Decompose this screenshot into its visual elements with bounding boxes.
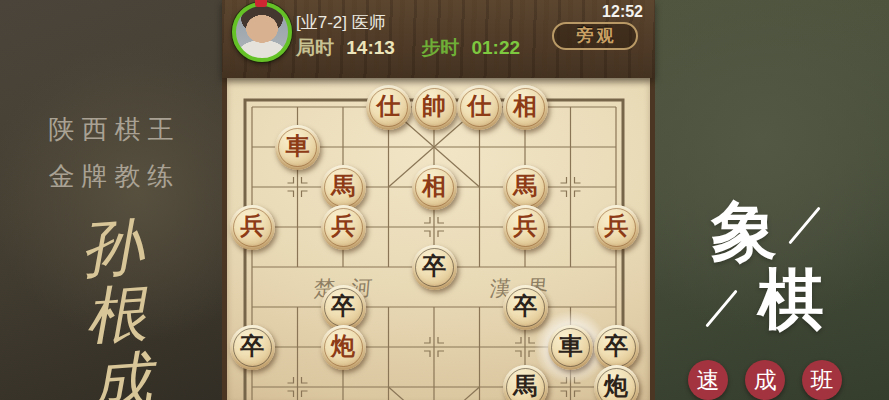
piece-red-相[interactable]: 相 (503, 85, 548, 130)
piece-black-卒[interactable]: 卒 (412, 245, 457, 290)
right-promo-panel: 象 棋 速 成 班 (655, 0, 889, 400)
system-clock: 12:52 (602, 3, 643, 21)
piece-glyph: 卒 (513, 290, 537, 322)
badge-cheng: 成 (745, 360, 785, 400)
piece-glyph: 帥 (422, 90, 446, 122)
decorative-slash-2 (705, 290, 738, 328)
coach-signature-calligraphy: 孙 根 成 (69, 211, 163, 400)
app-screen: 陕西棋王 金牌教练 孙 根 成 [业7-2] 医师 局时 14:13 步时 01… (0, 0, 889, 400)
piece-glyph: 馬 (513, 170, 537, 202)
piece-red-馬[interactable]: 馬 (321, 165, 366, 210)
piece-glyph: 馬 (331, 170, 355, 202)
piece-glyph: 車 (559, 330, 583, 362)
piece-glyph: 仕 (377, 90, 401, 122)
game-time-label: 局时 (296, 37, 334, 58)
opponent-info-bar: [业7-2] 医师 局时 14:13 步时 01:22 12:52 旁观 (222, 0, 655, 78)
game-time-value: 14:13 (346, 37, 395, 58)
piece-red-炮[interactable]: 炮 (321, 325, 366, 370)
piece-glyph: 馬 (513, 370, 537, 400)
piece-red-仕[interactable]: 仕 (457, 85, 502, 130)
piece-red-兵[interactable]: 兵 (230, 205, 275, 250)
piece-red-仕[interactable]: 仕 (366, 85, 411, 130)
piece-glyph: 相 (422, 170, 446, 202)
badge-su: 速 (688, 360, 728, 400)
piece-glyph: 卒 (240, 330, 264, 362)
piece-glyph: 炮 (604, 370, 628, 400)
piece-red-帥[interactable]: 帥 (412, 85, 457, 130)
piece-black-車[interactable]: 車 (548, 325, 593, 370)
piece-glyph: 兵 (240, 210, 264, 242)
piece-glyph: 卒 (331, 290, 355, 322)
piece-black-卒[interactable]: 卒 (594, 325, 639, 370)
piece-glyph: 炮 (331, 330, 355, 362)
piece-black-卒[interactable]: 卒 (503, 285, 548, 330)
left-promo-panel: 陕西棋王 金牌教练 孙 根 成 (0, 0, 222, 400)
piece-red-兵[interactable]: 兵 (594, 205, 639, 250)
calligraphy-char-3: 成 (78, 345, 162, 400)
piece-glyph: 相 (513, 90, 537, 122)
game-column: [业7-2] 医师 局时 14:13 步时 01:22 12:52 旁观 楚河 … (222, 0, 655, 400)
piece-glyph: 仕 (468, 90, 492, 122)
move-time-value: 01:22 (471, 37, 520, 58)
piece-glyph: 卒 (422, 250, 446, 282)
piece-red-兵[interactable]: 兵 (503, 205, 548, 250)
piece-glyph: 卒 (604, 330, 628, 362)
move-time-label: 步时 (421, 37, 459, 58)
opponent-avatar[interactable] (232, 2, 292, 62)
piece-glyph: 兵 (604, 210, 628, 242)
title-char-xiang: 象 (711, 198, 777, 264)
promo-line-2: 金牌教练 (0, 159, 222, 194)
xiangqi-board[interactable]: 楚河 漢界 仕帥仕相車馬相馬兵兵兵兵卒卒卒卒炮車卒馬炮 (222, 78, 655, 400)
piece-glyph: 車 (286, 130, 310, 162)
calligraphy-char-2: 根 (74, 278, 158, 350)
avatar-notification-dot (255, 0, 267, 7)
opponent-name: [业7-2] 医师 (296, 11, 386, 34)
piece-red-相[interactable]: 相 (412, 165, 457, 210)
piece-black-卒[interactable]: 卒 (321, 285, 366, 330)
piece-red-馬[interactable]: 馬 (503, 165, 548, 210)
badge-ban: 班 (802, 360, 842, 400)
calligraphy-char-1: 孙 (69, 211, 153, 283)
piece-glyph: 兵 (331, 210, 355, 242)
piece-red-兵[interactable]: 兵 (321, 205, 366, 250)
timers: 局时 14:13 步时 01:22 (296, 35, 520, 61)
piece-black-卒[interactable]: 卒 (230, 325, 275, 370)
piece-glyph: 兵 (513, 210, 537, 242)
promo-line-1: 陕西棋王 (0, 112, 222, 147)
spectate-button[interactable]: 旁观 (552, 22, 638, 50)
title-char-qi: 棋 (758, 266, 824, 332)
piece-red-車[interactable]: 車 (275, 125, 320, 170)
decorative-slash-1 (788, 207, 821, 245)
